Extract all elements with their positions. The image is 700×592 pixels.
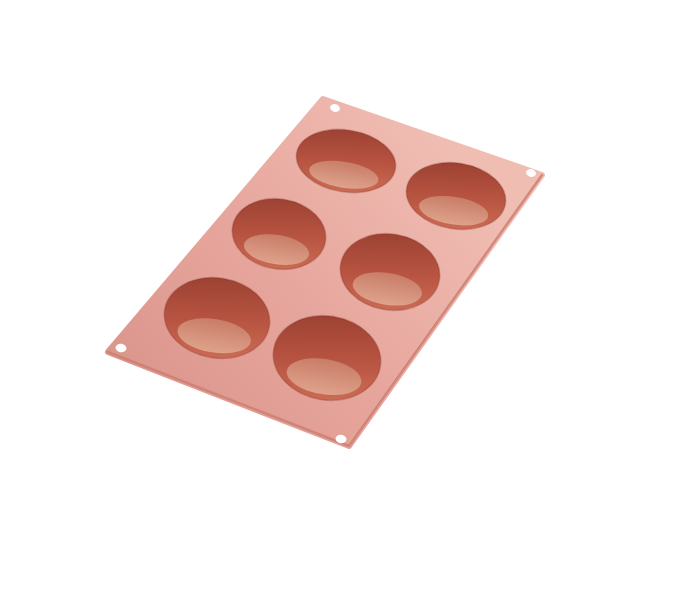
product-photo-canvas (0, 0, 700, 592)
muffin-mould-scene (0, 0, 700, 592)
